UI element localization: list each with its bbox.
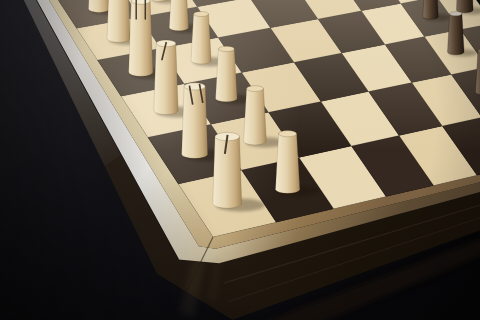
chessboard-photo <box>0 0 480 320</box>
photo-scene <box>0 0 480 320</box>
vignette <box>0 0 480 320</box>
